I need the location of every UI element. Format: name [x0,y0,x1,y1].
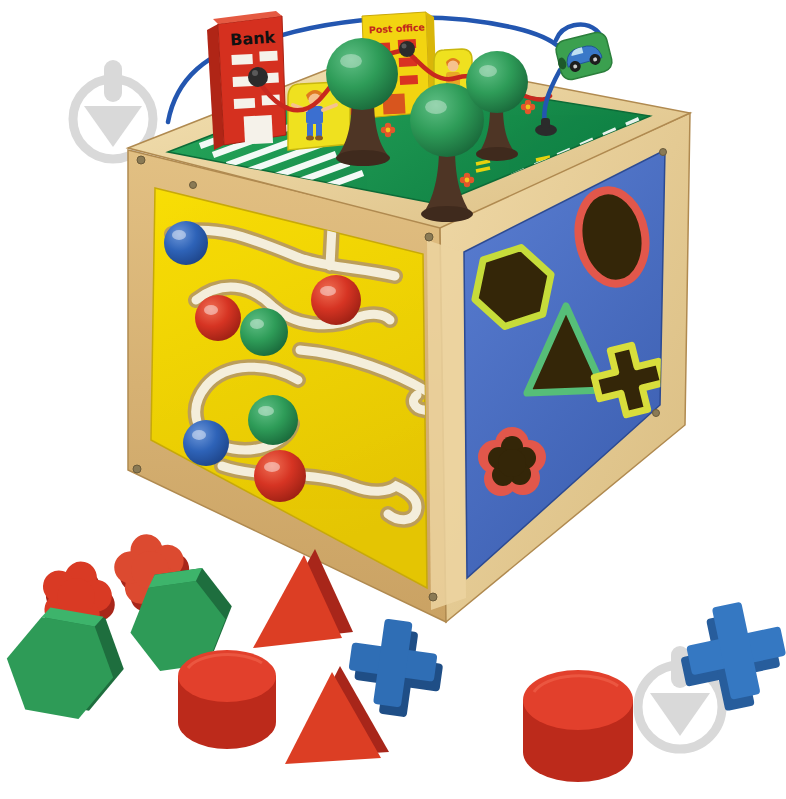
bank-knob [248,67,268,87]
bank-building: Bank [207,11,286,150]
maze-ball-green [240,308,288,356]
bank-label: Bank [229,27,276,49]
block-red-cylinder [523,670,633,782]
front-corner-post [427,240,466,610]
maze-ball-red [254,450,306,502]
product-photo: Bank Post office [0,0,786,799]
maze-ball-green [248,395,298,445]
block-green-hexagon [0,602,132,726]
maze-ball-blue [164,221,208,265]
maze-ball-red [195,295,241,341]
car-bead [553,30,614,82]
maze-ball-red [311,275,361,325]
block-red-cylinder [178,650,276,749]
maze-ball-blue [183,420,229,466]
scene-svg: Bank Post office [0,0,786,799]
activity-cube [128,52,690,622]
post-office-knob [399,41,415,57]
